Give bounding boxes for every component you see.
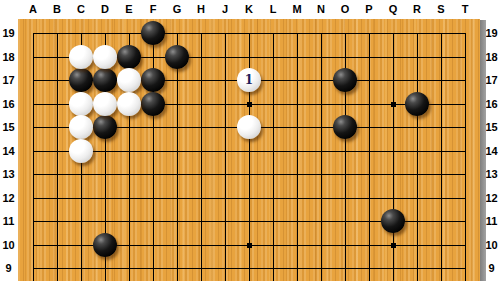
grid-line-vertical-H	[201, 33, 202, 281]
white-stone-C18[interactable]	[69, 45, 93, 69]
column-label-B: B	[45, 0, 69, 19]
column-label-D: D	[93, 0, 117, 19]
grid-line-horizontal-14	[33, 151, 466, 152]
row-label-left-15: 15	[0, 119, 17, 135]
star-point-K10	[247, 243, 252, 248]
grid-line-vertical-G	[177, 33, 178, 281]
column-label-O: O	[333, 0, 357, 19]
grid-line-horizontal-13	[33, 174, 466, 175]
black-stone-D15[interactable]	[93, 115, 117, 139]
column-label-S: S	[429, 0, 453, 19]
row-label-left-12: 12	[0, 190, 17, 206]
black-stone-F19[interactable]	[141, 21, 165, 45]
go-diagram: ABCDEFGHJKLMNOPQRST 19181716151413121110…	[0, 0, 500, 281]
column-label-K: K	[237, 0, 261, 19]
column-label-L: L	[261, 0, 285, 19]
column-label-G: G	[165, 0, 189, 19]
column-label-J: J	[213, 0, 237, 19]
black-stone-O17[interactable]	[333, 68, 357, 92]
black-stone-O15[interactable]	[333, 115, 357, 139]
column-label-C: C	[69, 0, 93, 19]
row-label-left-17: 17	[0, 72, 17, 88]
grid-line-horizontal-9	[33, 268, 466, 269]
grid-line-vertical-N	[321, 33, 322, 281]
row-label-left-19: 19	[0, 25, 17, 41]
row-label-left-13: 13	[0, 166, 17, 182]
white-stone-E16[interactable]	[117, 92, 141, 116]
star-point-Q16	[391, 102, 396, 107]
row-label-left-10: 10	[0, 237, 17, 253]
black-stone-Q11[interactable]	[381, 209, 405, 233]
star-point-K16	[247, 102, 252, 107]
star-point-Q10	[391, 243, 396, 248]
white-stone-C16[interactable]	[69, 92, 93, 116]
grid-line-vertical-S	[441, 33, 442, 281]
column-label-Q: Q	[381, 0, 405, 19]
row-label-left-9: 9	[0, 260, 17, 276]
white-stone-E17[interactable]	[117, 68, 141, 92]
grid-line-vertical-T	[465, 33, 466, 281]
white-stone-C15[interactable]	[69, 115, 93, 139]
column-label-H: H	[189, 0, 213, 19]
black-stone-D17[interactable]	[93, 68, 117, 92]
black-stone-G18[interactable]	[165, 45, 189, 69]
grid-line-vertical-B	[57, 33, 58, 281]
black-stone-F16[interactable]	[141, 92, 165, 116]
grid-line-vertical-J	[225, 33, 226, 281]
grid-line-horizontal-12	[33, 198, 466, 199]
row-label-left-11: 11	[0, 213, 17, 229]
grid-line-vertical-M	[297, 33, 298, 281]
grid-line-vertical-A	[33, 33, 34, 281]
white-stone-C14[interactable]	[69, 139, 93, 163]
grid-line-vertical-L	[273, 33, 274, 281]
go-board[interactable]: 1	[18, 19, 480, 281]
column-label-M: M	[285, 0, 309, 19]
black-stone-C17[interactable]	[69, 68, 93, 92]
white-stone-D18[interactable]	[93, 45, 117, 69]
column-label-E: E	[117, 0, 141, 19]
white-stone-K17[interactable]: 1	[237, 68, 261, 92]
grid-line-vertical-R	[417, 33, 418, 281]
grid-line-horizontal-19	[33, 33, 466, 34]
row-label-left-16: 16	[0, 96, 17, 112]
column-label-A: A	[21, 0, 45, 19]
board-right-edge-shadow	[480, 20, 486, 281]
grid-line-vertical-P	[369, 33, 370, 281]
row-label-left-18: 18	[0, 49, 17, 65]
black-stone-R16[interactable]	[405, 92, 429, 116]
column-label-P: P	[357, 0, 381, 19]
black-stone-F17[interactable]	[141, 68, 165, 92]
black-stone-E18[interactable]	[117, 45, 141, 69]
black-stone-D10[interactable]	[93, 233, 117, 257]
column-label-T: T	[453, 0, 477, 19]
column-label-F: F	[141, 0, 165, 19]
white-stone-D16[interactable]	[93, 92, 117, 116]
white-stone-K15[interactable]	[237, 115, 261, 139]
column-label-R: R	[405, 0, 429, 19]
row-label-left-14: 14	[0, 143, 17, 159]
column-label-N: N	[309, 0, 333, 19]
move-number-label-K17: 1	[237, 68, 261, 92]
